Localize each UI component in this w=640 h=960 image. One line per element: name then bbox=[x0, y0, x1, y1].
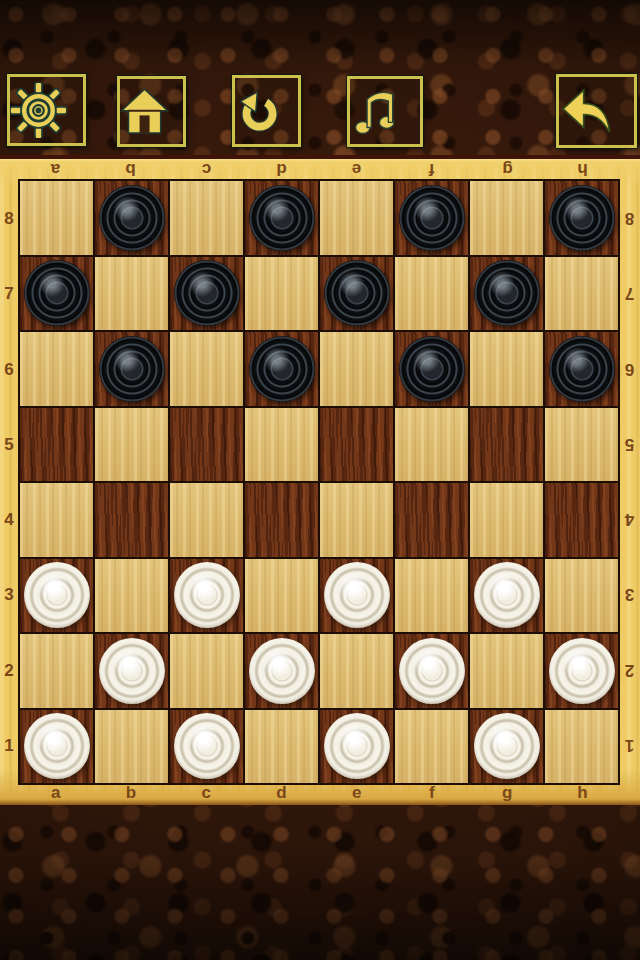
white-piece[interactable] bbox=[549, 638, 615, 704]
square-g6[interactable] bbox=[470, 332, 543, 406]
undo-button[interactable] bbox=[232, 75, 301, 147]
square-b6[interactable] bbox=[95, 332, 168, 406]
white-piece[interactable] bbox=[174, 713, 240, 779]
coord-label: b bbox=[93, 783, 168, 802]
square-g7[interactable] bbox=[470, 257, 543, 331]
square-h6[interactable] bbox=[545, 332, 618, 406]
square-a3[interactable] bbox=[20, 559, 93, 633]
square-f5[interactable] bbox=[395, 408, 468, 482]
square-e2[interactable] bbox=[320, 634, 393, 708]
coord-label: 7 bbox=[619, 256, 640, 331]
home-button[interactable] bbox=[117, 76, 186, 147]
black-piece[interactable] bbox=[99, 336, 165, 402]
white-piece[interactable] bbox=[324, 713, 390, 779]
coord-label: b bbox=[93, 160, 168, 179]
coord-label: 6 bbox=[619, 332, 640, 407]
square-d5[interactable] bbox=[245, 408, 318, 482]
square-a7[interactable] bbox=[20, 257, 93, 331]
coord-label: 8 bbox=[0, 181, 18, 256]
square-g2[interactable] bbox=[470, 634, 543, 708]
square-e5[interactable] bbox=[320, 408, 393, 482]
white-piece[interactable] bbox=[474, 713, 540, 779]
square-c2[interactable] bbox=[170, 634, 243, 708]
square-c7[interactable] bbox=[170, 257, 243, 331]
coord-label: d bbox=[244, 160, 319, 179]
square-d6[interactable] bbox=[245, 332, 318, 406]
coord-label: a bbox=[18, 160, 93, 179]
coord-label: c bbox=[169, 783, 244, 802]
white-piece[interactable] bbox=[99, 638, 165, 704]
black-piece[interactable] bbox=[249, 185, 315, 251]
coord-label: a bbox=[18, 783, 93, 802]
square-f3[interactable] bbox=[395, 559, 468, 633]
square-b5[interactable] bbox=[95, 408, 168, 482]
square-e8[interactable] bbox=[320, 181, 393, 255]
coord-label: 3 bbox=[0, 557, 18, 632]
coord-label: h bbox=[545, 783, 620, 802]
square-a1[interactable] bbox=[20, 710, 93, 784]
square-h8[interactable] bbox=[545, 181, 618, 255]
square-h3[interactable] bbox=[545, 559, 618, 633]
coord-label: 3 bbox=[619, 557, 640, 632]
white-piece[interactable] bbox=[24, 562, 90, 628]
coord-label: e bbox=[319, 783, 394, 802]
square-g1[interactable] bbox=[470, 710, 543, 784]
coord-label: 1 bbox=[0, 708, 18, 783]
coord-label: 7 bbox=[0, 256, 18, 331]
square-a4[interactable] bbox=[20, 483, 93, 557]
coord-label: 8 bbox=[619, 181, 640, 256]
black-piece[interactable] bbox=[24, 260, 90, 326]
coord-label: g bbox=[470, 783, 545, 802]
square-c6[interactable] bbox=[170, 332, 243, 406]
white-piece[interactable] bbox=[324, 562, 390, 628]
rank-labels-left: 87654321 bbox=[0, 181, 18, 783]
square-e4[interactable] bbox=[320, 483, 393, 557]
undo-icon bbox=[235, 86, 298, 135]
white-piece[interactable] bbox=[174, 562, 240, 628]
square-b3[interactable] bbox=[95, 559, 168, 633]
black-piece[interactable] bbox=[174, 260, 240, 326]
coord-label: f bbox=[394, 783, 469, 802]
coord-label: 4 bbox=[0, 482, 18, 557]
square-g4[interactable] bbox=[470, 483, 543, 557]
coord-label: 6 bbox=[0, 332, 18, 407]
coord-label: 5 bbox=[619, 407, 640, 482]
square-b8[interactable] bbox=[95, 181, 168, 255]
coord-label: h bbox=[545, 160, 620, 179]
square-f8[interactable] bbox=[395, 181, 468, 255]
square-a2[interactable] bbox=[20, 634, 93, 708]
checkers-board: abcdefgh abcdefgh 87654321 87654321 bbox=[0, 155, 640, 805]
coord-label: 5 bbox=[0, 407, 18, 482]
square-e3[interactable] bbox=[320, 559, 393, 633]
back-arrow-icon bbox=[559, 82, 634, 141]
black-piece[interactable] bbox=[549, 185, 615, 251]
square-c5[interactable] bbox=[170, 408, 243, 482]
coord-label: 4 bbox=[619, 482, 640, 557]
black-piece[interactable] bbox=[399, 185, 465, 251]
file-labels-bottom: abcdefgh bbox=[18, 783, 620, 802]
square-f1[interactable] bbox=[395, 710, 468, 784]
black-piece[interactable] bbox=[399, 336, 465, 402]
square-d3[interactable] bbox=[245, 559, 318, 633]
square-c1[interactable] bbox=[170, 710, 243, 784]
black-piece[interactable] bbox=[324, 260, 390, 326]
coord-label: 2 bbox=[619, 633, 640, 708]
square-b1[interactable] bbox=[95, 710, 168, 784]
square-e6[interactable] bbox=[320, 332, 393, 406]
square-g3[interactable] bbox=[470, 559, 543, 633]
square-h5[interactable] bbox=[545, 408, 618, 482]
rank-labels-right: 87654321 bbox=[619, 181, 640, 783]
square-c3[interactable] bbox=[170, 559, 243, 633]
coord-label: 2 bbox=[0, 633, 18, 708]
coord-label: d bbox=[244, 783, 319, 802]
board-frame: abcdefgh abcdefgh 87654321 87654321 bbox=[0, 159, 640, 805]
music-note-icon bbox=[350, 84, 420, 139]
coord-label: c bbox=[169, 160, 244, 179]
black-piece[interactable] bbox=[249, 336, 315, 402]
white-piece[interactable] bbox=[24, 713, 90, 779]
square-f7[interactable] bbox=[395, 257, 468, 331]
coord-label: 1 bbox=[619, 708, 640, 783]
square-a8[interactable] bbox=[20, 181, 93, 255]
square-a5[interactable] bbox=[20, 408, 93, 482]
square-g8[interactable] bbox=[470, 181, 543, 255]
square-f4[interactable] bbox=[395, 483, 468, 557]
square-e7[interactable] bbox=[320, 257, 393, 331]
square-b4[interactable] bbox=[95, 483, 168, 557]
white-piece[interactable] bbox=[474, 562, 540, 628]
square-c4[interactable] bbox=[170, 483, 243, 557]
square-b2[interactable] bbox=[95, 634, 168, 708]
square-f6[interactable] bbox=[395, 332, 468, 406]
square-e1[interactable] bbox=[320, 710, 393, 784]
app-screen: abcdefgh abcdefgh 87654321 87654321 bbox=[0, 0, 640, 960]
square-g5[interactable] bbox=[470, 408, 543, 482]
white-piece[interactable] bbox=[249, 638, 315, 704]
square-d2[interactable] bbox=[245, 634, 318, 708]
square-h1[interactable] bbox=[545, 710, 618, 784]
black-piece[interactable] bbox=[99, 185, 165, 251]
coord-label: g bbox=[470, 160, 545, 179]
file-labels-top: abcdefgh bbox=[18, 160, 620, 179]
black-piece[interactable] bbox=[549, 336, 615, 402]
coord-label: e bbox=[319, 160, 394, 179]
settings-button[interactable] bbox=[7, 74, 86, 146]
square-h4[interactable] bbox=[545, 483, 618, 557]
square-c8[interactable] bbox=[170, 181, 243, 255]
gear-icon bbox=[10, 82, 83, 139]
home-icon bbox=[120, 87, 183, 136]
white-piece[interactable] bbox=[399, 638, 465, 704]
square-d4[interactable] bbox=[245, 483, 318, 557]
sound-button[interactable] bbox=[347, 76, 423, 147]
square-b7[interactable] bbox=[95, 257, 168, 331]
square-f2[interactable] bbox=[395, 634, 468, 708]
coord-label: f bbox=[394, 160, 469, 179]
back-button[interactable] bbox=[556, 74, 637, 148]
square-d8[interactable] bbox=[245, 181, 318, 255]
square-h2[interactable] bbox=[545, 634, 618, 708]
square-a6[interactable] bbox=[20, 332, 93, 406]
square-d7[interactable] bbox=[245, 257, 318, 331]
square-d1[interactable] bbox=[245, 710, 318, 784]
square-h7[interactable] bbox=[545, 257, 618, 331]
black-piece[interactable] bbox=[474, 260, 540, 326]
squares-grid bbox=[18, 179, 620, 785]
